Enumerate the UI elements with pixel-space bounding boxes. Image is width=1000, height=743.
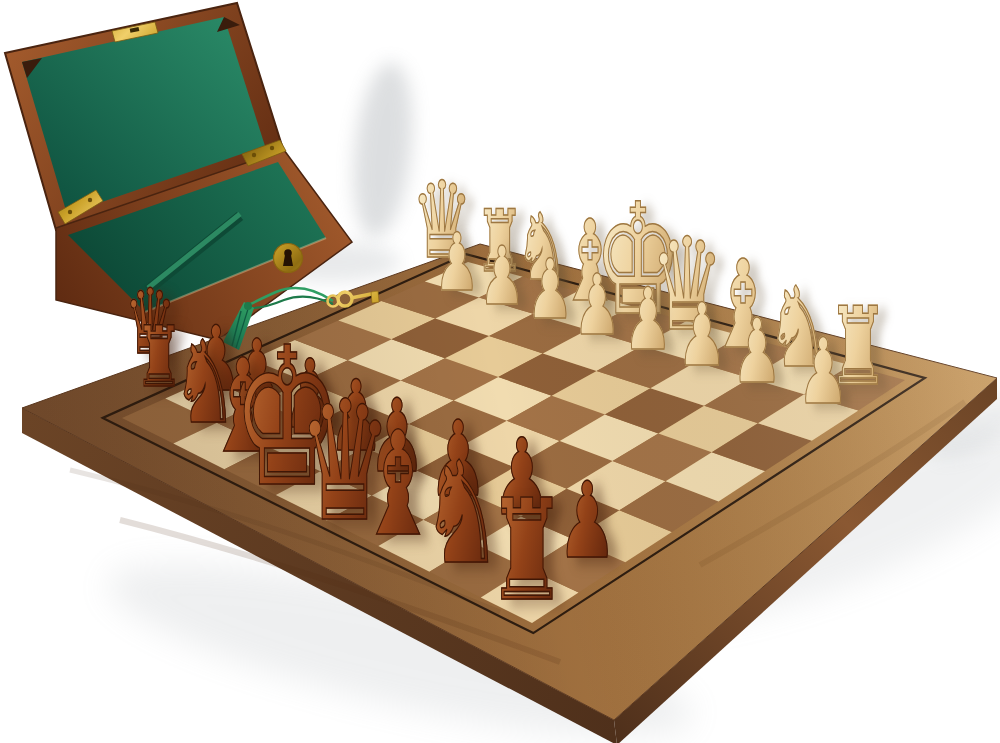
chess-set-photo: ♛♜♞♝♚♛♝♞♜♟♟♟♟♟♟♟♟♛♜♞♝♚♛♝♞♜♟♟♟♟♟♟♟♟	[0, 0, 1000, 743]
tassel-knot	[244, 302, 252, 310]
hinge-pin	[252, 153, 256, 157]
scene-background	[0, 0, 1000, 743]
scene	[0, 0, 1000, 743]
key-bit	[371, 291, 379, 303]
hinge-pin	[88, 198, 92, 202]
hinge-pin	[68, 210, 72, 214]
hinge-pin	[270, 146, 274, 150]
